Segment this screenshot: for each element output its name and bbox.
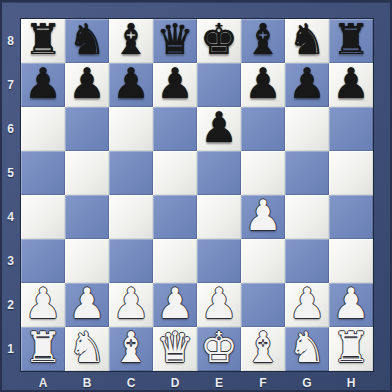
piece-white-bishop-f1[interactable]: ♝ — [244, 327, 282, 369]
square-c5[interactable] — [109, 151, 153, 195]
square-c7[interactable]: ♟ — [109, 63, 153, 107]
piece-black-pawn-a7[interactable]: ♟ — [24, 63, 62, 105]
piece-black-knight-g8[interactable]: ♞ — [288, 19, 326, 61]
square-d2[interactable]: ♟ — [153, 283, 197, 327]
square-e1[interactable]: ♚ — [197, 327, 241, 371]
piece-black-pawn-g7[interactable]: ♟ — [288, 63, 326, 105]
piece-white-knight-g1[interactable]: ♞ — [288, 327, 326, 369]
square-h3[interactable] — [329, 239, 373, 283]
rank-label-3: 3 — [0, 239, 21, 283]
square-d8[interactable]: ♛ — [153, 19, 197, 63]
file-label-h: H — [329, 373, 373, 392]
square-h2[interactable]: ♟ — [329, 283, 373, 327]
rank-label-1: 1 — [0, 327, 21, 371]
square-a6[interactable] — [21, 107, 65, 151]
square-c8[interactable]: ♝ — [109, 19, 153, 63]
piece-white-king-e1[interactable]: ♚ — [200, 327, 238, 369]
square-a8[interactable]: ♜ — [21, 19, 65, 63]
file-labels: ABCDEFGH — [21, 373, 373, 392]
chess-board: ♜♞♝♛♚♝♞♜♟♟♟♟♟♟♟♟♟♟♟♟♟♟♟♟♜♞♝♛♚♝♞♜ — [21, 19, 373, 371]
square-a7[interactable]: ♟ — [21, 63, 65, 107]
square-f6[interactable] — [241, 107, 285, 151]
square-a5[interactable] — [21, 151, 65, 195]
square-e7[interactable] — [197, 63, 241, 107]
piece-black-pawn-e6[interactable]: ♟ — [200, 107, 238, 149]
piece-white-pawn-g2[interactable]: ♟ — [288, 283, 326, 325]
square-b6[interactable] — [65, 107, 109, 151]
square-e3[interactable] — [197, 239, 241, 283]
chess-board-frame: 87654321 ♜♞♝♛♚♝♞♜♟♟♟♟♟♟♟♟♟♟♟♟♟♟♟♟♜♞♝♛♚♝♞… — [0, 0, 392, 392]
piece-black-bishop-f8[interactable]: ♝ — [244, 19, 282, 61]
square-f8[interactable]: ♝ — [241, 19, 285, 63]
square-h7[interactable]: ♟ — [329, 63, 373, 107]
piece-black-pawn-h7[interactable]: ♟ — [332, 63, 370, 105]
file-label-c: C — [109, 373, 153, 392]
square-f2[interactable] — [241, 283, 285, 327]
piece-white-pawn-d2[interactable]: ♟ — [156, 283, 194, 325]
square-e5[interactable] — [197, 151, 241, 195]
square-d4[interactable] — [153, 195, 197, 239]
square-g1[interactable]: ♞ — [285, 327, 329, 371]
square-g3[interactable] — [285, 239, 329, 283]
piece-black-rook-h8[interactable]: ♜ — [332, 19, 370, 61]
piece-white-bishop-c1[interactable]: ♝ — [112, 327, 150, 369]
square-h6[interactable] — [329, 107, 373, 151]
square-h1[interactable]: ♜ — [329, 327, 373, 371]
square-a2[interactable]: ♟ — [21, 283, 65, 327]
piece-white-pawn-h2[interactable]: ♟ — [332, 283, 370, 325]
piece-white-pawn-c2[interactable]: ♟ — [112, 283, 150, 325]
square-g7[interactable]: ♟ — [285, 63, 329, 107]
square-d6[interactable] — [153, 107, 197, 151]
square-b8[interactable]: ♞ — [65, 19, 109, 63]
square-g5[interactable] — [285, 151, 329, 195]
square-e8[interactable]: ♚ — [197, 19, 241, 63]
piece-black-bishop-c8[interactable]: ♝ — [112, 19, 150, 61]
piece-white-pawn-b2[interactable]: ♟ — [68, 283, 106, 325]
square-a3[interactable] — [21, 239, 65, 283]
square-b7[interactable]: ♟ — [65, 63, 109, 107]
file-label-g: G — [285, 373, 329, 392]
square-c2[interactable]: ♟ — [109, 283, 153, 327]
piece-black-pawn-d7[interactable]: ♟ — [156, 63, 194, 105]
piece-black-queen-d8[interactable]: ♛ — [156, 19, 194, 61]
square-g6[interactable] — [285, 107, 329, 151]
piece-white-queen-d1[interactable]: ♛ — [156, 327, 194, 369]
piece-white-pawn-e2[interactable]: ♟ — [200, 283, 238, 325]
square-f7[interactable]: ♟ — [241, 63, 285, 107]
piece-black-knight-b8[interactable]: ♞ — [68, 19, 106, 61]
piece-black-pawn-f7[interactable]: ♟ — [244, 63, 282, 105]
piece-white-pawn-f4[interactable]: ♟ — [244, 195, 282, 237]
square-g8[interactable]: ♞ — [285, 19, 329, 63]
square-c1[interactable]: ♝ — [109, 327, 153, 371]
square-f5[interactable] — [241, 151, 285, 195]
rank-label-8: 8 — [0, 19, 21, 63]
piece-black-pawn-b7[interactable]: ♟ — [68, 63, 106, 105]
square-g2[interactable]: ♟ — [285, 283, 329, 327]
rank-label-4: 4 — [0, 195, 21, 239]
piece-black-king-e8[interactable]: ♚ — [200, 19, 238, 61]
file-label-e: E — [197, 373, 241, 392]
rank-label-2: 2 — [0, 283, 21, 327]
file-label-f: F — [241, 373, 285, 392]
rank-label-7: 7 — [0, 63, 21, 107]
square-e6[interactable]: ♟ — [197, 107, 241, 151]
square-f3[interactable] — [241, 239, 285, 283]
square-a1[interactable]: ♜ — [21, 327, 65, 371]
file-label-a: A — [21, 373, 65, 392]
square-d1[interactable]: ♛ — [153, 327, 197, 371]
square-c3[interactable] — [109, 239, 153, 283]
square-f1[interactable]: ♝ — [241, 327, 285, 371]
square-c6[interactable] — [109, 107, 153, 151]
rank-label-5: 5 — [0, 151, 21, 195]
square-b2[interactable]: ♟ — [65, 283, 109, 327]
rank-label-6: 6 — [0, 107, 21, 151]
square-b3[interactable] — [65, 239, 109, 283]
square-b1[interactable]: ♞ — [65, 327, 109, 371]
square-a4[interactable] — [21, 195, 65, 239]
piece-white-knight-b1[interactable]: ♞ — [68, 327, 106, 369]
rank-labels: 87654321 — [0, 19, 21, 371]
square-h4[interactable] — [329, 195, 373, 239]
file-label-d: D — [153, 373, 197, 392]
square-b5[interactable] — [65, 151, 109, 195]
piece-black-pawn-c7[interactable]: ♟ — [112, 63, 150, 105]
square-e2[interactable]: ♟ — [197, 283, 241, 327]
square-f4[interactable]: ♟ — [241, 195, 285, 239]
square-c4[interactable] — [109, 195, 153, 239]
piece-black-rook-a8[interactable]: ♜ — [24, 19, 62, 61]
file-label-b: B — [65, 373, 109, 392]
square-g4[interactable] — [285, 195, 329, 239]
square-d5[interactable] — [153, 151, 197, 195]
piece-white-rook-h1[interactable]: ♜ — [332, 327, 370, 369]
square-h8[interactable]: ♜ — [329, 19, 373, 63]
piece-white-pawn-a2[interactable]: ♟ — [24, 283, 62, 325]
piece-white-rook-a1[interactable]: ♜ — [24, 327, 62, 369]
square-b4[interactable] — [65, 195, 109, 239]
square-d7[interactable]: ♟ — [153, 63, 197, 107]
square-d3[interactable] — [153, 239, 197, 283]
square-e4[interactable] — [197, 195, 241, 239]
square-h5[interactable] — [329, 151, 373, 195]
